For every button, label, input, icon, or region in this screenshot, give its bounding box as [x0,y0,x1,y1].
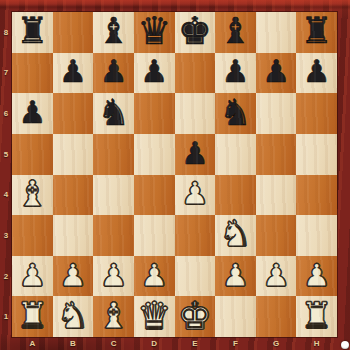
white-pawn-f2[interactable]: ♟ [222,260,250,291]
chess-board: ♜♝♛♚♝♜♟♟♟♟♟♟♟♞♞♟♝♟♞♟♟♟♟♟♟♟♜♞♝♛♚♜ [12,12,337,337]
white-bishop-a4[interactable]: ♝ [16,176,48,212]
square-e6[interactable] [175,93,216,134]
black-pawn-a6[interactable]: ♟ [18,97,46,128]
white-pawn-g2[interactable]: ♟ [262,260,290,291]
square-b2[interactable]: ♟ [53,256,94,297]
square-h6[interactable] [296,93,337,134]
square-a2[interactable]: ♟ [12,256,53,297]
square-h5[interactable] [296,134,337,175]
square-c1[interactable]: ♝ [93,296,134,337]
black-queen-d8[interactable]: ♛ [137,12,171,50]
square-c7[interactable]: ♟ [93,53,134,94]
square-b1[interactable]: ♞ [53,296,94,337]
square-c5[interactable] [93,134,134,175]
square-f6[interactable]: ♞ [215,93,256,134]
black-bishop-c8[interactable]: ♝ [97,13,129,49]
white-pawn-b2[interactable]: ♟ [59,260,87,291]
square-h4[interactable] [296,175,337,216]
black-knight-f6[interactable]: ♞ [219,95,251,131]
square-c3[interactable] [93,215,134,256]
square-g6[interactable] [256,93,297,134]
square-g2[interactable]: ♟ [256,256,297,297]
square-d8[interactable]: ♛ [134,12,175,53]
white-king-e1[interactable]: ♚ [178,297,212,335]
rank-labels: 87654321 [0,12,12,337]
square-a7[interactable] [12,53,53,94]
white-pawn-e4[interactable]: ♟ [181,178,209,209]
square-d6[interactable] [134,93,175,134]
square-e3[interactable] [175,215,216,256]
black-pawn-b7[interactable]: ♟ [59,56,87,87]
file-label-a: A [12,337,53,350]
square-c2[interactable]: ♟ [93,256,134,297]
square-h7[interactable]: ♟ [296,53,337,94]
square-f1[interactable] [215,296,256,337]
square-g8[interactable] [256,12,297,53]
rank-label-7: 7 [0,53,12,94]
file-label-c: C [93,337,134,350]
square-d2[interactable]: ♟ [134,256,175,297]
square-c8[interactable]: ♝ [93,12,134,53]
file-label-e: E [175,337,216,350]
rank-label-3: 3 [0,215,12,256]
square-d1[interactable]: ♛ [134,296,175,337]
white-bishop-c1[interactable]: ♝ [97,298,129,334]
square-f7[interactable]: ♟ [215,53,256,94]
square-g4[interactable] [256,175,297,216]
square-b3[interactable] [53,215,94,256]
square-g1[interactable] [256,296,297,337]
white-rook-h1[interactable]: ♜ [301,298,333,334]
file-label-g: G [256,337,297,350]
white-knight-f3[interactable]: ♞ [219,216,251,252]
square-d7[interactable]: ♟ [134,53,175,94]
square-e1[interactable]: ♚ [175,296,216,337]
square-f2[interactable]: ♟ [215,256,256,297]
square-f4[interactable] [215,175,256,216]
square-a5[interactable] [12,134,53,175]
rank-label-5: 5 [0,134,12,175]
black-knight-c6[interactable]: ♞ [97,95,129,131]
white-queen-d1[interactable]: ♛ [137,297,171,335]
square-h1[interactable]: ♜ [296,296,337,337]
square-a1[interactable]: ♜ [12,296,53,337]
black-rook-h8[interactable]: ♜ [301,13,333,49]
rank-label-8: 8 [0,12,12,53]
black-pawn-h7[interactable]: ♟ [303,56,331,87]
black-pawn-e5[interactable]: ♟ [181,138,209,169]
file-labels: ABCDEFGH [12,337,337,350]
white-knight-b1[interactable]: ♞ [57,298,89,334]
square-c4[interactable] [93,175,134,216]
rank-label-6: 6 [0,93,12,134]
square-a6[interactable]: ♟ [12,93,53,134]
square-d3[interactable] [134,215,175,256]
square-h8[interactable]: ♜ [296,12,337,53]
square-b5[interactable] [53,134,94,175]
square-e7[interactable] [175,53,216,94]
square-e2[interactable] [175,256,216,297]
black-rook-a8[interactable]: ♜ [16,13,48,49]
square-f8[interactable]: ♝ [215,12,256,53]
chess-board-frame: 87654321 ♜♝♛♚♝♜♟♟♟♟♟♟♟♞♞♟♝♟♞♟♟♟♟♟♟♟♜♞♝♛♚… [0,0,350,350]
black-king-e8[interactable]: ♚ [178,12,212,50]
square-h2[interactable]: ♟ [296,256,337,297]
square-b6[interactable] [53,93,94,134]
square-a3[interactable] [12,215,53,256]
white-pawn-h2[interactable]: ♟ [303,260,331,291]
white-to-move-indicator [341,341,349,349]
rank-label-2: 2 [0,256,12,297]
square-d4[interactable] [134,175,175,216]
white-pawn-d2[interactable]: ♟ [140,260,168,291]
rank-label-1: 1 [0,296,12,337]
square-h3[interactable] [296,215,337,256]
black-pawn-d7[interactable]: ♟ [140,56,168,87]
square-b8[interactable] [53,12,94,53]
white-rook-a1[interactable]: ♜ [16,298,48,334]
square-g5[interactable] [256,134,297,175]
black-bishop-f8[interactable]: ♝ [219,13,251,49]
file-label-b: B [53,337,94,350]
square-c6[interactable]: ♞ [93,93,134,134]
square-g7[interactable]: ♟ [256,53,297,94]
black-pawn-f7[interactable]: ♟ [222,56,250,87]
rank-label-4: 4 [0,175,12,216]
square-f5[interactable] [215,134,256,175]
file-label-d: D [134,337,175,350]
black-pawn-g7[interactable]: ♟ [262,56,290,87]
square-d5[interactable] [134,134,175,175]
square-a8[interactable]: ♜ [12,12,53,53]
square-a4[interactable]: ♝ [12,175,53,216]
square-b4[interactable] [53,175,94,216]
file-label-h: H [296,337,337,350]
white-pawn-a2[interactable]: ♟ [18,260,46,291]
black-pawn-c7[interactable]: ♟ [100,56,128,87]
square-e5[interactable]: ♟ [175,134,216,175]
file-label-f: F [215,337,256,350]
square-e4[interactable]: ♟ [175,175,216,216]
square-f3[interactable]: ♞ [215,215,256,256]
square-g3[interactable] [256,215,297,256]
white-pawn-c2[interactable]: ♟ [100,260,128,291]
square-b7[interactable]: ♟ [53,53,94,94]
square-e8[interactable]: ♚ [175,12,216,53]
